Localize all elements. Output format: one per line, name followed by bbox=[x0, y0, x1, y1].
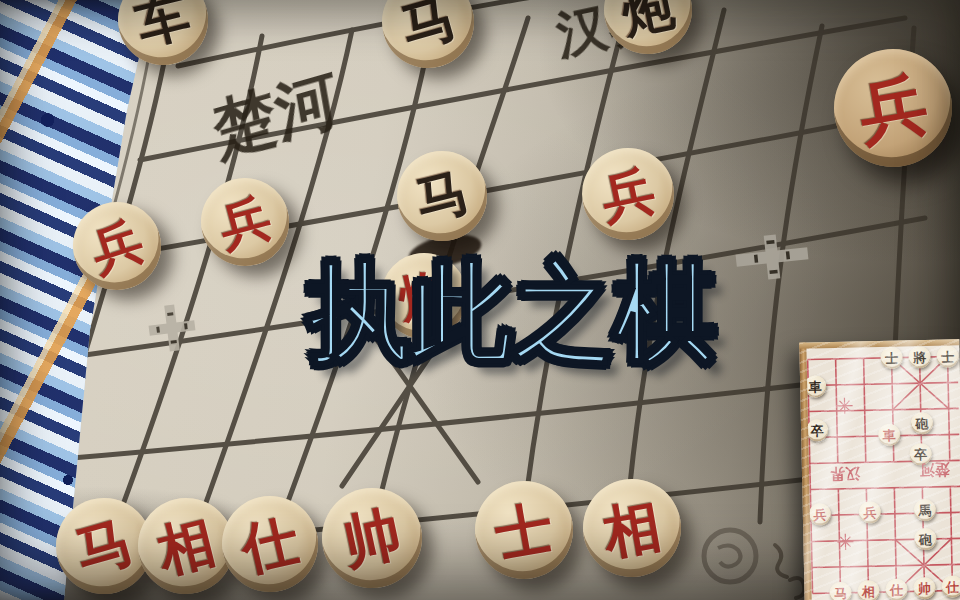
piece-character: 馬 bbox=[918, 503, 931, 516]
piece-character: 帅 bbox=[338, 504, 407, 573]
piece-character: 兵 bbox=[813, 508, 826, 521]
inset-river-text: 汉界 bbox=[830, 463, 860, 483]
inset-piece-马-b9[interactable]: 马 bbox=[829, 582, 851, 600]
piece-character: 車 bbox=[809, 380, 822, 393]
piece-character: 相 bbox=[599, 495, 665, 561]
piece-character: 兵 bbox=[214, 191, 276, 253]
piece-character: 马 bbox=[834, 586, 847, 599]
piece-character: 仕 bbox=[946, 580, 959, 593]
inset-river-text: 楚河 bbox=[920, 460, 950, 480]
piece-character: 砲 bbox=[915, 417, 928, 430]
piece-character: 兵 bbox=[863, 506, 876, 519]
piece-character: 砲 bbox=[919, 532, 932, 545]
piece-character: 兵 bbox=[854, 69, 933, 148]
piece-character: 马 bbox=[395, 0, 461, 55]
piece-character: 士 bbox=[885, 351, 898, 364]
piece-character: 卒 bbox=[810, 424, 823, 437]
piece-character: 車 bbox=[883, 428, 896, 441]
piece-character: 卒 bbox=[914, 448, 927, 461]
video-frame: 楚河 汉界 车马炮兵兵马兵兵炮马相仕帅士相 执此之棋 bbox=[0, 0, 960, 600]
inset-piece-相-c9[interactable]: 相 bbox=[857, 580, 879, 600]
piece-character: 仕 bbox=[890, 583, 903, 596]
piece-character: 仕 bbox=[236, 510, 303, 577]
piece-character: 兵 bbox=[85, 214, 149, 278]
piece-character: 士 bbox=[491, 497, 557, 563]
piece-character: 马 bbox=[69, 511, 138, 580]
piece-character: 相 bbox=[152, 512, 220, 580]
piece-character: 帅 bbox=[918, 582, 931, 595]
ink-scribbles bbox=[775, 545, 804, 598]
piece-character: 相 bbox=[862, 585, 875, 598]
inset-piece-仕-f9[interactable]: 仕 bbox=[941, 575, 960, 597]
piece-character: 士 bbox=[941, 350, 954, 363]
piece-character: 將 bbox=[913, 351, 926, 364]
inset-diagram-board: 汉界 楚河 士將士車砲卒車卒兵兵馬砲马相仕帅仕 bbox=[799, 339, 960, 600]
piece-character: 马 bbox=[410, 164, 473, 227]
inset-piece-仕-d9[interactable]: 仕 bbox=[885, 578, 907, 600]
ink-stamp bbox=[704, 530, 756, 582]
piece-character: 车 bbox=[131, 0, 194, 52]
piece-character: 炮 bbox=[618, 0, 678, 40]
piece-character: 兵 bbox=[597, 163, 660, 226]
caption-overlay-text: 执此之棋 bbox=[308, 253, 716, 372]
